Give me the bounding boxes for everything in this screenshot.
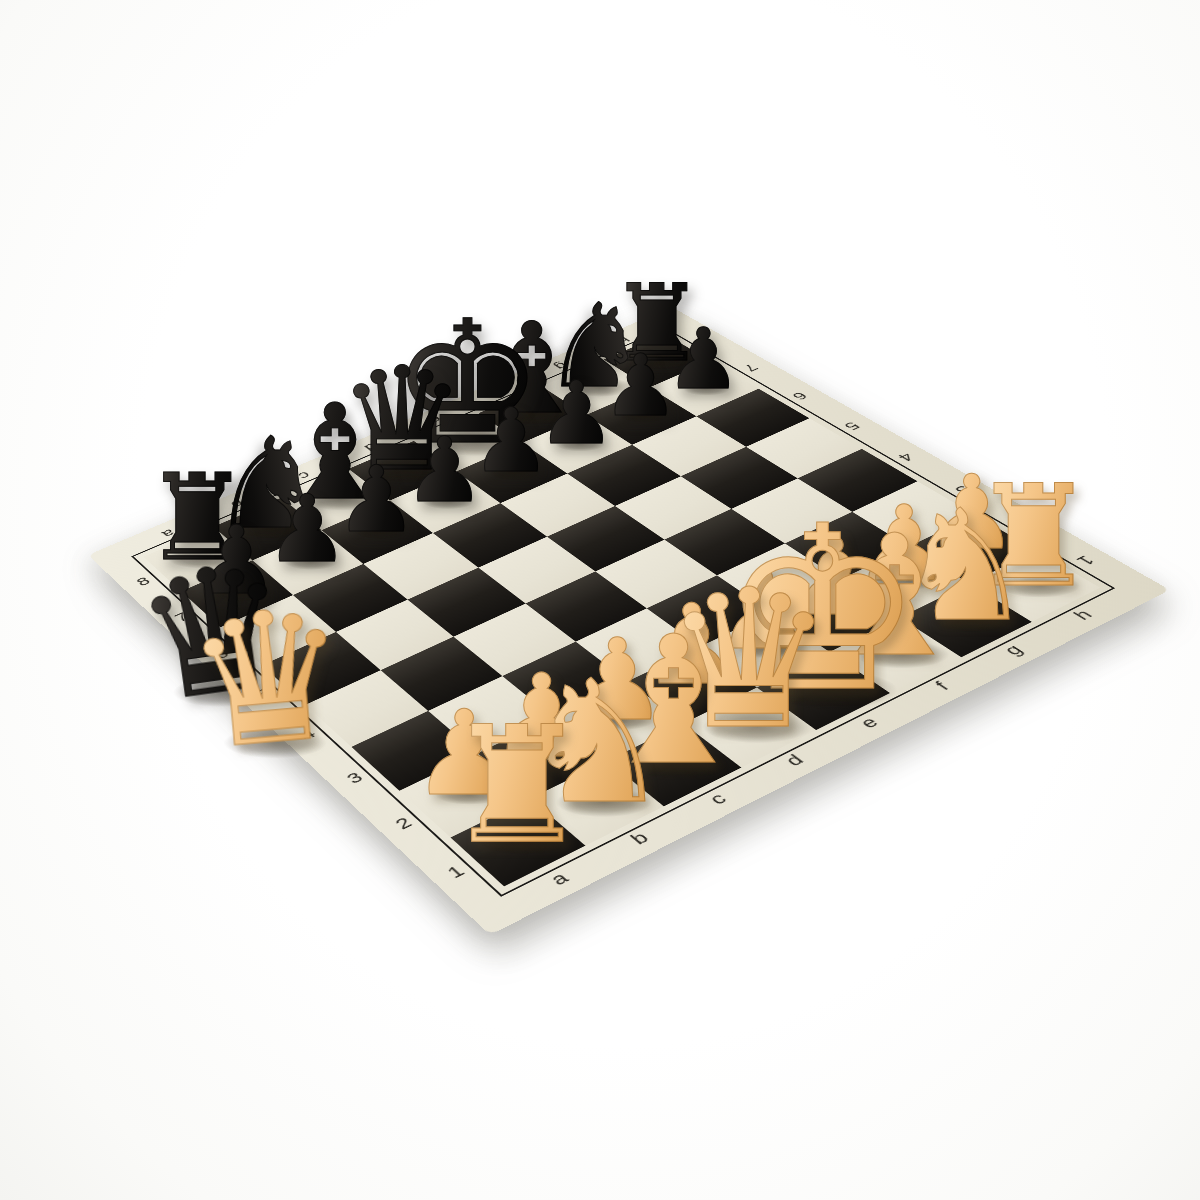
product-photo-stage: aa88bb77cc66dd55ee44ff33gg22hh11 ♜♞♟♝♟♚♟… <box>0 0 1200 1200</box>
rank-label-right-6: 6 <box>789 390 810 401</box>
rank-label-right-5: 5 <box>841 420 863 432</box>
file-label-bottom-h: h <box>1070 608 1096 623</box>
rank-label-right-4: 4 <box>895 451 918 463</box>
file-label-top-a: a <box>159 527 178 539</box>
file-label-top-e: e <box>426 414 445 425</box>
file-label-bottom-b: b <box>627 830 653 848</box>
file-label-bottom-e: e <box>856 715 882 731</box>
rank-label-right-8: 8 <box>693 335 713 345</box>
rank-label-left-7: 7 <box>172 611 192 624</box>
file-label-top-d: d <box>361 441 380 452</box>
file-label-top-b: b <box>228 498 247 510</box>
rank-label-right-7: 7 <box>740 362 761 373</box>
file-label-bottom-c: c <box>706 791 731 808</box>
rank-label-left-8: 8 <box>134 575 153 588</box>
chessboard: aa88bb77cc66dd55ee44ff33gg22hh11 <box>88 307 1170 935</box>
rank-label-left-1: 1 <box>443 863 468 881</box>
rank-label-left-5: 5 <box>253 686 274 701</box>
rank-label-right-1: 1 <box>1072 553 1097 567</box>
rank-label-right-2: 2 <box>1010 518 1034 531</box>
file-label-bottom-d: d <box>782 752 808 769</box>
file-label-bottom-f: f <box>932 680 953 693</box>
file-label-top-h: h <box>613 335 632 345</box>
rank-label-right-3: 3 <box>951 483 974 496</box>
file-label-top-c: c <box>296 470 314 481</box>
file-label-top-f: f <box>491 388 506 397</box>
rank-label-left-6: 6 <box>211 647 231 661</box>
file-label-bottom-a: a <box>547 870 572 888</box>
board-squares-grid <box>143 334 1100 887</box>
file-label-bottom-g: g <box>1000 643 1026 658</box>
rank-label-left-2: 2 <box>392 815 416 832</box>
rank-label-left-3: 3 <box>343 770 366 786</box>
file-label-top-g: g <box>552 361 571 371</box>
board-shadow-wrap: aa88bb77cc66dd55ee44ff33gg22hh11 <box>0 0 1200 1200</box>
rank-label-left-4: 4 <box>297 727 319 742</box>
